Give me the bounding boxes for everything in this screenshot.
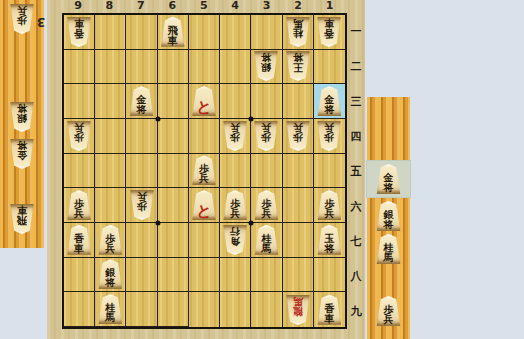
piece-character: 将 — [17, 140, 27, 150]
piece-character: 歩 — [137, 201, 147, 211]
piece-character: 兵 — [199, 174, 209, 184]
square-2-1[interactable]: 桂馬 — [283, 15, 314, 50]
square-9-1[interactable]: 香車 — [64, 15, 95, 50]
piece-character: 銀 — [17, 113, 27, 123]
piece-character: 車 — [168, 36, 178, 46]
square-4-2[interactable] — [220, 50, 251, 85]
square-5-5[interactable]: 歩兵 — [189, 154, 220, 189]
square-1-7[interactable]: 玉将 — [314, 223, 345, 258]
file-label-2: 2 — [282, 0, 314, 12]
square-3-4[interactable]: 歩兵 — [251, 119, 282, 154]
piece-character: 将 — [137, 105, 147, 115]
square-8-5[interactable] — [95, 154, 126, 189]
piece-歩兵[interactable]: 歩兵 — [97, 225, 123, 255]
square-1-6[interactable]: 歩兵 — [314, 188, 345, 223]
piece-character: 兵 — [137, 191, 147, 201]
file-label-3: 3 — [251, 0, 283, 12]
piece-歩兵[interactable]: 歩兵 — [66, 190, 92, 220]
square-9-5[interactable] — [64, 154, 95, 189]
piece-character: 車 — [324, 314, 334, 324]
square-6-5[interactable] — [158, 154, 189, 189]
square-9-2[interactable] — [64, 50, 95, 85]
piece-character: 兵 — [230, 122, 240, 132]
gote-piece-stand: 歩兵3銀将金将飛車 — [0, 0, 44, 248]
square-7-6[interactable]: 歩兵 — [126, 188, 157, 223]
piece-香車[interactable]: 香車 — [66, 17, 92, 47]
square-1-8[interactable] — [314, 258, 345, 293]
square-1-4[interactable]: 歩兵 — [314, 119, 345, 154]
piece-character: 将 — [324, 105, 334, 115]
square-5-3[interactable]: と — [189, 84, 220, 119]
piece-character: 兵 — [324, 209, 334, 219]
square-4-3[interactable] — [220, 84, 251, 119]
rank-label-9: 九 — [348, 304, 364, 319]
square-4-6[interactable]: 歩兵 — [220, 188, 251, 223]
square-1-3[interactable]: 金将 — [314, 84, 345, 119]
square-9-3[interactable] — [64, 84, 95, 119]
square-5-8[interactable] — [189, 258, 220, 293]
piece-歩兵[interactable]: 歩兵 — [66, 121, 92, 151]
square-1-2[interactable] — [314, 50, 345, 85]
piece-character: 銀 — [261, 62, 271, 72]
square-8-7[interactable]: 歩兵 — [95, 223, 126, 258]
square-2-5[interactable] — [283, 154, 314, 189]
square-7-3[interactable]: 金将 — [126, 84, 157, 119]
square-1-9[interactable]: 香車 — [314, 292, 345, 327]
sente-piece-stand: 金将銀将桂馬歩兵 — [367, 97, 410, 339]
square-9-6[interactable]: 歩兵 — [64, 188, 95, 223]
piece-character: 龍 — [293, 306, 303, 316]
square-4-5[interactable] — [220, 154, 251, 189]
piece-銀将[interactable]: 銀将 — [253, 51, 279, 81]
piece-character: 馬 — [384, 253, 394, 263]
square-7-8[interactable] — [126, 258, 157, 293]
square-7-7[interactable] — [126, 223, 157, 258]
square-8-4[interactable] — [95, 119, 126, 154]
piece-character: 兵 — [74, 122, 84, 132]
rank-label-4: 四 — [348, 129, 364, 144]
square-3-3[interactable] — [251, 84, 282, 119]
square-5-7[interactable] — [189, 223, 220, 258]
piece-character: 馬 — [293, 18, 303, 28]
square-5-2[interactable] — [189, 50, 220, 85]
square-3-9[interactable] — [251, 292, 282, 327]
square-6-6[interactable] — [158, 188, 189, 223]
hoshi-dot — [249, 116, 254, 121]
square-5-4[interactable] — [189, 119, 220, 154]
rank-label-3: 三 — [348, 94, 364, 109]
square-9-7[interactable]: 香車 — [64, 223, 95, 258]
piece-character: と — [196, 204, 211, 219]
piece-香車[interactable]: 香車 — [316, 295, 342, 325]
piece-character: 車 — [324, 18, 334, 28]
file-label-4: 4 — [219, 0, 251, 12]
piece-character: 将 — [384, 220, 394, 230]
piece-character: 歩 — [230, 132, 240, 142]
piece-歩兵[interactable]: 歩兵 — [222, 121, 248, 151]
sente-hand-桂馬[interactable]: 桂馬 — [367, 234, 410, 264]
piece-歩兵[interactable]: 歩兵 — [316, 121, 342, 151]
square-4-1[interactable] — [220, 15, 251, 50]
piece-金将[interactable]: 金将 — [9, 139, 35, 169]
piece-character: 兵 — [261, 122, 271, 132]
square-8-8[interactable]: 銀将 — [95, 258, 126, 293]
piece-character: 馬 — [105, 313, 115, 323]
shogi-board: 香車飛車桂馬香車銀将王将金将と金将歩兵歩兵歩兵歩兵歩兵歩兵歩兵歩兵と歩兵歩兵歩兵… — [62, 13, 347, 329]
piece-歩兵[interactable]: 歩兵 — [253, 121, 279, 151]
piece-character: 兵 — [261, 209, 271, 219]
piece-character: 馬 — [293, 296, 303, 306]
piece-character: と — [196, 100, 211, 115]
gote-hand-歩兵[interactable]: 歩兵3 — [0, 4, 44, 34]
file-label-8: 8 — [93, 0, 125, 12]
hoshi-dot — [155, 116, 160, 121]
piece-金将[interactable]: 金将 — [376, 164, 402, 194]
square-8-6[interactable] — [95, 188, 126, 223]
gote-hand-銀将[interactable]: 銀将 — [0, 102, 44, 132]
piece-character: 将 — [324, 244, 334, 254]
square-3-7[interactable]: 桂馬 — [251, 223, 282, 258]
piece-角行[interactable]: 角行 — [222, 225, 248, 255]
piece-character: 角 — [230, 236, 240, 246]
rank-label-6: 六 — [348, 199, 364, 214]
square-5-1[interactable] — [189, 15, 220, 50]
square-6-8[interactable] — [158, 258, 189, 293]
gote-hand-飛車[interactable]: 飛車 — [0, 204, 44, 234]
square-5-9[interactable] — [189, 292, 220, 327]
piece-character: 香 — [74, 28, 84, 38]
square-7-1[interactable] — [126, 15, 157, 50]
square-2-9[interactable]: 龍馬 — [283, 292, 314, 327]
piece-歩兵[interactable]: 歩兵 — [285, 121, 311, 151]
square-2-8[interactable] — [283, 258, 314, 293]
rank-label-2: 二 — [348, 59, 364, 74]
file-label-7: 7 — [125, 0, 157, 12]
square-8-3[interactable] — [95, 84, 126, 119]
piece-桂馬[interactable]: 桂馬 — [253, 225, 279, 255]
promoted-piece-と[interactable]: と — [191, 86, 217, 116]
piece-character: 王 — [293, 62, 303, 72]
square-4-7[interactable]: 角行 — [220, 223, 251, 258]
square-7-5[interactable] — [126, 154, 157, 189]
piece-character: 将 — [293, 52, 303, 62]
piece-玉将[interactable]: 玉将 — [316, 225, 342, 255]
piece-銀将[interactable]: 銀将 — [9, 102, 35, 132]
square-7-2[interactable] — [126, 50, 157, 85]
piece-歩兵[interactable]: 歩兵 — [253, 190, 279, 220]
square-1-5[interactable] — [314, 154, 345, 189]
piece-銀将[interactable]: 銀将 — [97, 259, 123, 289]
square-7-4[interactable] — [126, 119, 157, 154]
square-6-7[interactable] — [158, 223, 189, 258]
piece-character: 桂 — [293, 28, 303, 38]
piece-character: 兵 — [74, 209, 84, 219]
piece-桂馬[interactable]: 桂馬 — [97, 294, 123, 324]
piece-character: 兵 — [384, 315, 394, 325]
piece-character: 歩 — [293, 132, 303, 142]
rank-label-1: 一 — [348, 24, 364, 39]
piece-character: 兵 — [230, 209, 240, 219]
square-3-2[interactable]: 銀将 — [251, 50, 282, 85]
piece-character: 歩 — [324, 132, 334, 142]
hoshi-dot — [249, 220, 254, 225]
piece-character: 将 — [17, 103, 27, 113]
square-9-8[interactable] — [64, 258, 95, 293]
piece-character: 将 — [261, 52, 271, 62]
piece-飛車[interactable]: 飛車 — [160, 17, 186, 47]
piece-歩兵[interactable]: 歩兵 — [9, 4, 35, 34]
piece-character: 行 — [230, 226, 240, 236]
sente-hand-銀将[interactable]: 銀将 — [367, 201, 410, 231]
piece-character: 歩 — [74, 132, 84, 142]
square-3-5[interactable] — [251, 154, 282, 189]
piece-飛車[interactable]: 飛車 — [9, 204, 35, 234]
rank-label-7: 七 — [348, 234, 364, 249]
rank-label-8: 八 — [348, 269, 364, 284]
square-6-9[interactable] — [158, 292, 189, 327]
rank-label-5: 五 — [348, 164, 364, 179]
square-2-7[interactable] — [283, 223, 314, 258]
piece-character: 歩 — [17, 15, 27, 25]
piece-金将[interactable]: 金将 — [316, 86, 342, 116]
piece-character: 車 — [74, 244, 84, 254]
piece-character: 金 — [17, 150, 27, 160]
piece-character: 兵 — [105, 244, 115, 254]
square-2-4[interactable]: 歩兵 — [283, 119, 314, 154]
piece-歩兵[interactable]: 歩兵 — [222, 190, 248, 220]
piece-歩兵[interactable]: 歩兵 — [316, 190, 342, 220]
square-3-1[interactable] — [251, 15, 282, 50]
square-3-6[interactable]: 歩兵 — [251, 188, 282, 223]
captured-count: 3 — [37, 15, 45, 29]
piece-金将[interactable]: 金将 — [129, 86, 155, 116]
piece-character: 兵 — [293, 122, 303, 132]
square-9-4[interactable]: 歩兵 — [64, 119, 95, 154]
piece-character: 将 — [384, 183, 394, 193]
piece-歩兵[interactable]: 歩兵 — [376, 296, 402, 326]
gote-hand-金将[interactable]: 金将 — [0, 139, 44, 169]
piece-歩兵[interactable]: 歩兵 — [129, 190, 155, 220]
square-4-8[interactable] — [220, 258, 251, 293]
square-2-3[interactable] — [283, 84, 314, 119]
piece-香車[interactable]: 香車 — [316, 17, 342, 47]
piece-character: 兵 — [324, 122, 334, 132]
file-label-9: 9 — [62, 0, 94, 12]
square-6-2[interactable] — [158, 50, 189, 85]
square-6-1[interactable]: 飛車 — [158, 15, 189, 50]
sente-hand-金将[interactable]: 金将 — [367, 161, 410, 197]
file-label-5: 5 — [188, 0, 220, 12]
piece-歩兵[interactable]: 歩兵 — [191, 155, 217, 185]
promoted-piece-と[interactable]: と — [191, 190, 217, 220]
piece-character: 兵 — [17, 5, 27, 15]
square-6-4[interactable] — [158, 119, 189, 154]
square-5-6[interactable]: と — [189, 188, 220, 223]
sente-hand-歩兵[interactable]: 歩兵 — [367, 296, 410, 326]
square-8-9[interactable]: 桂馬 — [95, 292, 126, 327]
piece-character: 香 — [324, 28, 334, 38]
promoted-piece-龍馬[interactable]: 龍馬 — [285, 295, 311, 325]
piece-桂馬[interactable]: 桂馬 — [376, 234, 402, 264]
square-8-1[interactable] — [95, 15, 126, 50]
square-9-9[interactable] — [64, 292, 95, 327]
piece-王将[interactable]: 王将 — [285, 51, 311, 81]
square-8-2[interactable] — [95, 50, 126, 85]
piece-香車[interactable]: 香車 — [66, 225, 92, 255]
square-4-4[interactable]: 歩兵 — [220, 119, 251, 154]
file-label-6: 6 — [156, 0, 188, 12]
piece-character: 歩 — [261, 132, 271, 142]
square-6-3[interactable] — [158, 84, 189, 119]
piece-character: 飛 — [17, 215, 27, 225]
piece-銀将[interactable]: 銀将 — [376, 201, 402, 231]
square-2-6[interactable] — [283, 188, 314, 223]
square-3-8[interactable] — [251, 258, 282, 293]
piece-character: 車 — [74, 18, 84, 28]
square-7-9[interactable] — [126, 292, 157, 327]
square-2-2[interactable]: 王将 — [283, 50, 314, 85]
piece-桂馬[interactable]: 桂馬 — [285, 17, 311, 47]
piece-character: 車 — [17, 205, 27, 215]
hoshi-dot — [155, 220, 160, 225]
piece-character: 馬 — [261, 244, 271, 254]
piece-character: 将 — [105, 278, 115, 288]
file-label-1: 1 — [314, 0, 346, 12]
square-4-9[interactable] — [220, 292, 251, 327]
square-1-1[interactable]: 香車 — [314, 15, 345, 50]
